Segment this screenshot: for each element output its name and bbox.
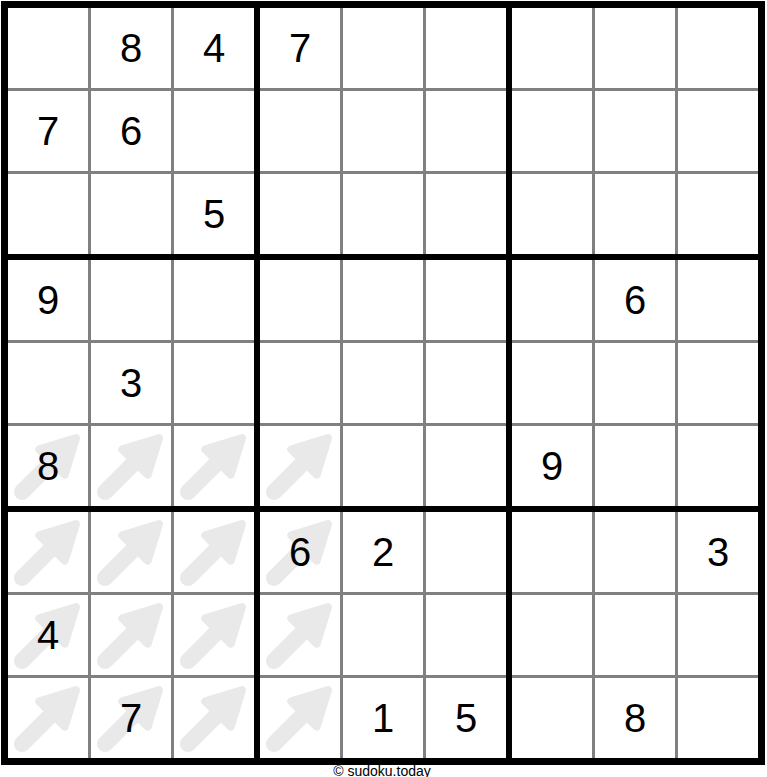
cell-r5c2[interactable]: 3 [91, 343, 171, 423]
cell-r2c9[interactable] [678, 91, 758, 171]
credit-text: © sudoku.today [0, 765, 764, 777]
given-digit: 8 [624, 698, 646, 738]
cell-r3c2[interactable] [91, 174, 171, 254]
north-east-arrow-icon [174, 595, 254, 675]
box-3-1: 47 [8, 512, 254, 758]
cell-r5c6[interactable] [426, 343, 506, 423]
given-digit: 7 [120, 698, 142, 738]
cell-r2c8[interactable] [595, 91, 675, 171]
cell-r7c3[interactable] [174, 512, 254, 592]
cell-r4c6[interactable] [426, 260, 506, 340]
cell-r5c4[interactable] [260, 343, 340, 423]
cell-r8c6[interactable] [426, 595, 506, 675]
cell-r2c4[interactable] [260, 91, 340, 171]
box-1-3 [512, 8, 758, 254]
cell-r8c4[interactable] [260, 595, 340, 675]
cell-r1c7[interactable] [512, 8, 592, 88]
cell-r7c5[interactable]: 2 [343, 512, 423, 592]
cell-r4c4[interactable] [260, 260, 340, 340]
cell-r1c3[interactable]: 4 [174, 8, 254, 88]
cell-r7c2[interactable] [91, 512, 171, 592]
cell-r6c1[interactable]: 8 [8, 426, 88, 506]
given-digit: 6 [624, 280, 646, 320]
given-digit: 4 [203, 28, 225, 68]
cell-r3c7[interactable] [512, 174, 592, 254]
cell-r5c3[interactable] [174, 343, 254, 423]
given-digit: 8 [120, 28, 142, 68]
cell-r1c6[interactable] [426, 8, 506, 88]
cell-r7c6[interactable] [426, 512, 506, 592]
cell-r2c7[interactable] [512, 91, 592, 171]
cell-r7c8[interactable] [595, 512, 675, 592]
box-3-2: 6215 [260, 512, 506, 758]
cell-r3c6[interactable] [426, 174, 506, 254]
cell-r6c2[interactable] [91, 426, 171, 506]
box-1-1: 84765 [8, 8, 254, 254]
cell-r8c7[interactable] [512, 595, 592, 675]
cell-r2c2[interactable]: 6 [91, 91, 171, 171]
given-digit: 1 [372, 698, 394, 738]
given-digit: 9 [37, 280, 59, 320]
cell-r7c4[interactable]: 6 [260, 512, 340, 592]
cell-r5c9[interactable] [678, 343, 758, 423]
box-3-3: 38 [512, 512, 758, 758]
box-2-1: 938 [8, 260, 254, 506]
north-east-arrow-icon [260, 426, 340, 506]
north-east-arrow-icon [260, 678, 340, 758]
cell-r1c8[interactable] [595, 8, 675, 88]
given-digit: 9 [541, 446, 563, 486]
cell-r7c1[interactable] [8, 512, 88, 592]
cell-r4c2[interactable] [91, 260, 171, 340]
cell-r9c9[interactable] [678, 678, 758, 758]
cell-r7c9[interactable]: 3 [678, 512, 758, 592]
cell-r1c4[interactable]: 7 [260, 8, 340, 88]
box-1-2: 7 [260, 8, 506, 254]
cell-r5c1[interactable] [8, 343, 88, 423]
cell-r6c7[interactable]: 9 [512, 426, 592, 506]
sudoku-board: 8476579386947621538 [1, 1, 765, 765]
cell-r4c7[interactable] [512, 260, 592, 340]
cell-r6c9[interactable] [678, 426, 758, 506]
cell-r8c5[interactable] [343, 595, 423, 675]
cell-r8c2[interactable] [91, 595, 171, 675]
north-east-arrow-icon [174, 678, 254, 758]
cell-r6c5[interactable] [343, 426, 423, 506]
given-digit: 4 [37, 615, 59, 655]
north-east-arrow-icon [91, 512, 171, 592]
cell-r1c2[interactable]: 8 [91, 8, 171, 88]
given-digit: 3 [707, 532, 729, 572]
cell-r1c1[interactable] [8, 8, 88, 88]
cell-r3c1[interactable] [8, 174, 88, 254]
cell-r3c4[interactable] [260, 174, 340, 254]
box-2-3: 69 [512, 260, 758, 506]
cell-r3c9[interactable] [678, 174, 758, 254]
cell-r7c7[interactable] [512, 512, 592, 592]
cell-r8c9[interactable] [678, 595, 758, 675]
cell-r4c9[interactable] [678, 260, 758, 340]
cell-r4c5[interactable] [343, 260, 423, 340]
cell-r1c5[interactable] [343, 8, 423, 88]
given-digit: 8 [37, 446, 59, 486]
given-digit: 5 [455, 698, 477, 738]
north-east-arrow-icon [91, 595, 171, 675]
north-east-arrow-icon [174, 512, 254, 592]
north-east-arrow-icon [8, 678, 88, 758]
north-east-arrow-icon [91, 426, 171, 506]
cell-r5c7[interactable] [512, 343, 592, 423]
given-digit: 6 [120, 111, 142, 151]
cell-r9c6[interactable]: 5 [426, 678, 506, 758]
cell-r4c3[interactable] [174, 260, 254, 340]
cell-r8c3[interactable] [174, 595, 254, 675]
box-2-2 [260, 260, 506, 506]
cell-r9c8[interactable]: 8 [595, 678, 675, 758]
cell-r3c3[interactable]: 5 [174, 174, 254, 254]
cell-r3c5[interactable] [343, 174, 423, 254]
cell-r8c8[interactable] [595, 595, 675, 675]
north-east-arrow-icon [8, 512, 88, 592]
cell-r2c6[interactable] [426, 91, 506, 171]
cell-r3c8[interactable] [595, 174, 675, 254]
cell-r6c6[interactable] [426, 426, 506, 506]
cell-r9c5[interactable]: 1 [343, 678, 423, 758]
cell-r4c1[interactable]: 9 [8, 260, 88, 340]
cell-r4c8[interactable]: 6 [595, 260, 675, 340]
cell-r9c1[interactable] [8, 678, 88, 758]
cell-r9c2[interactable]: 7 [91, 678, 171, 758]
cell-r2c1[interactable]: 7 [8, 91, 88, 171]
given-digit: 3 [120, 363, 142, 403]
cell-r5c8[interactable] [595, 343, 675, 423]
cell-r1c9[interactable] [678, 8, 758, 88]
given-digit: 7 [37, 111, 59, 151]
cell-r6c3[interactable] [174, 426, 254, 506]
cell-r9c3[interactable] [174, 678, 254, 758]
cell-r9c7[interactable] [512, 678, 592, 758]
cell-r6c4[interactable] [260, 426, 340, 506]
given-digit: 6 [289, 532, 311, 572]
north-east-arrow-icon [260, 595, 340, 675]
given-digit: 5 [203, 194, 225, 234]
cell-r2c3[interactable] [174, 91, 254, 171]
cell-r9c4[interactable] [260, 678, 340, 758]
given-digit: 2 [372, 532, 394, 572]
north-east-arrow-icon [174, 426, 254, 506]
cell-r8c1[interactable]: 4 [8, 595, 88, 675]
cell-r5c5[interactable] [343, 343, 423, 423]
cell-r2c5[interactable] [343, 91, 423, 171]
cell-r6c8[interactable] [595, 426, 675, 506]
given-digit: 7 [289, 28, 311, 68]
